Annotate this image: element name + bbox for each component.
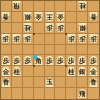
shogi-piece-sente-歩[interactable]: 歩	[78, 56, 87, 66]
square-4-1[interactable]	[55, 1, 66, 12]
shogi-piece-gote-歩[interactable]: 歩	[67, 34, 76, 44]
square-1-2[interactable]: 香	[88, 12, 99, 23]
shogi-piece-gote-王[interactable]: 王	[45, 12, 54, 22]
square-9-9[interactable]	[1, 88, 12, 99]
shogi-piece-gote-金[interactable]: 金	[56, 12, 65, 22]
square-5-9[interactable]	[45, 88, 56, 99]
square-5-2[interactable]: 王	[45, 12, 56, 23]
shogi-board[interactable]: 飛桂香銀金王金香桂歩歩銀歩歩歩歩歩歩歩歩歩角歩歩歩歩歩金桂桂銀金香玉香飛	[0, 0, 100, 100]
square-6-7[interactable]	[34, 66, 45, 77]
square-8-3[interactable]	[12, 23, 23, 34]
shogi-piece-gote-歩[interactable]: 歩	[89, 34, 98, 44]
shogi-piece-gote-金[interactable]: 金	[34, 12, 43, 22]
square-6-9[interactable]	[34, 88, 45, 99]
square-3-6[interactable]: 歩	[66, 55, 77, 66]
shogi-piece-sente-銀[interactable]: 銀	[78, 66, 87, 76]
square-1-5[interactable]	[88, 45, 99, 56]
shogi-piece-sente-歩[interactable]: 歩	[1, 56, 10, 66]
square-6-4[interactable]	[34, 34, 45, 45]
square-4-4[interactable]	[55, 34, 66, 45]
square-8-2[interactable]	[12, 12, 23, 23]
square-6-3[interactable]	[34, 23, 45, 34]
square-7-7[interactable]	[23, 66, 34, 77]
shogi-piece-gote-銀[interactable]: 銀	[78, 23, 87, 33]
square-1-1[interactable]	[88, 1, 99, 12]
square-2-9[interactable]: 飛	[77, 88, 88, 99]
last-move-marker	[34, 55, 38, 59]
square-3-7[interactable]: 桂	[66, 66, 77, 77]
square-6-2[interactable]: 金	[34, 12, 45, 23]
shogi-piece-gote-銀[interactable]: 銀	[23, 12, 32, 22]
square-2-1[interactable]: 桂	[77, 1, 88, 12]
square-9-2[interactable]: 香	[1, 12, 12, 23]
square-4-7[interactable]	[55, 66, 66, 77]
shogi-piece-gote-歩[interactable]: 歩	[1, 34, 10, 44]
square-8-4[interactable]: 歩	[12, 34, 23, 45]
square-8-7[interactable]: 桂	[12, 66, 23, 77]
square-9-6[interactable]: 歩	[1, 55, 12, 66]
square-3-9[interactable]	[66, 88, 77, 99]
square-5-3[interactable]: 歩	[45, 23, 56, 34]
square-3-3[interactable]	[66, 23, 77, 34]
square-2-3[interactable]: 銀	[77, 23, 88, 34]
square-7-8[interactable]	[23, 77, 34, 88]
square-3-4[interactable]: 歩	[66, 34, 77, 45]
square-8-8[interactable]	[12, 77, 23, 88]
shogi-piece-gote-歩[interactable]: 歩	[78, 34, 87, 44]
square-5-8[interactable]: 玉	[45, 77, 56, 88]
square-6-6[interactable]: 角	[34, 55, 45, 66]
square-4-8[interactable]	[55, 77, 66, 88]
shogi-piece-gote-飛[interactable]: 飛	[12, 1, 21, 11]
shogi-piece-gote-香[interactable]: 香	[89, 12, 98, 22]
square-7-5[interactable]	[23, 45, 34, 56]
square-9-5[interactable]	[1, 45, 12, 56]
shogi-piece-gote-歩[interactable]: 歩	[56, 23, 65, 33]
square-1-8[interactable]: 香	[88, 77, 99, 88]
shogi-piece-gote-桂[interactable]: 桂	[78, 1, 87, 11]
square-9-1[interactable]	[1, 1, 12, 12]
square-5-4[interactable]	[45, 34, 56, 45]
shogi-piece-sente-香[interactable]: 香	[1, 77, 10, 87]
square-2-2[interactable]	[77, 12, 88, 23]
shogi-piece-sente-金[interactable]: 金	[89, 66, 98, 76]
shogi-piece-gote-香[interactable]: 香	[1, 12, 10, 22]
square-8-1[interactable]: 飛	[12, 1, 23, 12]
star-point	[65, 65, 67, 67]
square-8-6[interactable]: 歩	[12, 55, 23, 66]
square-1-6[interactable]: 歩	[88, 55, 99, 66]
star-point	[33, 33, 35, 35]
square-8-5[interactable]	[12, 45, 23, 56]
square-1-4[interactable]: 歩	[88, 34, 99, 45]
square-4-2[interactable]: 金	[55, 12, 66, 23]
shogi-piece-sente-歩[interactable]: 歩	[45, 56, 54, 66]
square-1-3[interactable]	[88, 23, 99, 34]
square-7-9[interactable]	[23, 88, 34, 99]
square-6-8[interactable]	[34, 77, 45, 88]
square-9-8[interactable]: 香	[1, 77, 12, 88]
square-2-7[interactable]: 銀	[77, 66, 88, 77]
shogi-piece-gote-歩[interactable]: 歩	[45, 23, 54, 33]
square-2-4[interactable]: 歩	[77, 34, 88, 45]
square-3-1[interactable]	[66, 1, 77, 12]
shogi-piece-sente-歩[interactable]: 歩	[23, 56, 32, 66]
shogi-piece-gote-桂[interactable]: 桂	[23, 23, 32, 33]
shogi-piece-gote-歩[interactable]: 歩	[23, 34, 32, 44]
square-5-6[interactable]: 歩	[45, 55, 56, 66]
square-1-7[interactable]: 金	[88, 66, 99, 77]
shogi-piece-sente-金[interactable]: 金	[1, 66, 10, 76]
square-8-9[interactable]	[12, 88, 23, 99]
square-2-8[interactable]	[77, 77, 88, 88]
shogi-piece-sente-玉[interactable]: 玉	[45, 77, 54, 87]
square-4-5[interactable]	[55, 45, 66, 56]
shogi-piece-sente-歩[interactable]: 歩	[67, 56, 76, 66]
square-5-5[interactable]	[45, 45, 56, 56]
square-3-8[interactable]	[66, 77, 77, 88]
square-3-5[interactable]	[66, 45, 77, 56]
square-9-7[interactable]: 金	[1, 66, 12, 77]
square-3-2[interactable]	[66, 12, 77, 23]
shogi-piece-sente-桂[interactable]: 桂	[67, 66, 76, 76]
square-6-5[interactable]	[34, 45, 45, 56]
square-5-1[interactable]	[45, 1, 56, 12]
square-6-1[interactable]	[34, 1, 45, 12]
shogi-piece-sente-飛[interactable]: 飛	[78, 89, 87, 99]
square-9-4[interactable]: 歩	[1, 34, 12, 45]
square-2-6[interactable]: 歩	[77, 55, 88, 66]
square-9-3[interactable]	[1, 23, 12, 34]
shogi-piece-sente-歩[interactable]: 歩	[89, 56, 98, 66]
star-point	[33, 65, 35, 67]
shogi-piece-sente-歩[interactable]: 歩	[56, 56, 65, 66]
square-7-2[interactable]: 銀	[23, 12, 34, 23]
shogi-piece-sente-歩[interactable]: 歩	[12, 56, 21, 66]
square-1-9[interactable]	[88, 88, 99, 99]
shogi-piece-sente-香[interactable]: 香	[89, 77, 98, 87]
square-5-7[interactable]	[45, 66, 56, 77]
star-point	[65, 33, 67, 35]
square-7-4[interactable]: 歩	[23, 34, 34, 45]
square-2-5[interactable]	[77, 45, 88, 56]
shogi-piece-sente-桂[interactable]: 桂	[12, 66, 21, 76]
square-7-1[interactable]	[23, 1, 34, 12]
square-4-9[interactable]	[55, 88, 66, 99]
shogi-piece-gote-歩[interactable]: 歩	[12, 34, 21, 44]
